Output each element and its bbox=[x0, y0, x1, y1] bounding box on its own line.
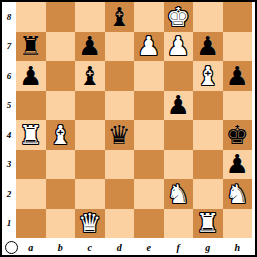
square-e8[interactable] bbox=[134, 2, 164, 32]
square-c3[interactable] bbox=[75, 150, 105, 180]
rank-label-4: 4 bbox=[2, 120, 16, 150]
black-pawn: ♟ bbox=[223, 150, 253, 180]
rank-label-6: 6 bbox=[2, 61, 16, 91]
square-c1[interactable]: ♛ bbox=[75, 209, 105, 239]
rank-label-3: 3 bbox=[2, 150, 16, 180]
square-g8[interactable] bbox=[193, 2, 223, 32]
square-g2[interactable] bbox=[193, 179, 223, 209]
square-h1[interactable] bbox=[223, 209, 253, 239]
white-king: ♚ bbox=[164, 2, 194, 32]
square-d5[interactable] bbox=[105, 91, 135, 121]
square-f8[interactable]: ♚ bbox=[164, 2, 194, 32]
square-f5[interactable]: ♟ bbox=[164, 91, 194, 121]
square-h2[interactable]: ♞ bbox=[223, 179, 253, 209]
square-a6[interactable]: ♟ bbox=[16, 61, 46, 91]
file-label-d: d bbox=[105, 239, 135, 255]
square-d3[interactable] bbox=[105, 150, 135, 180]
square-f7[interactable]: ♟ bbox=[164, 32, 194, 62]
square-b6[interactable] bbox=[46, 61, 76, 91]
square-g1[interactable]: ♜ bbox=[193, 209, 223, 239]
square-h3[interactable]: ♟ bbox=[223, 150, 253, 180]
square-d6[interactable] bbox=[105, 61, 135, 91]
square-d2[interactable] bbox=[105, 179, 135, 209]
black-pawn: ♟ bbox=[164, 91, 194, 121]
square-f3[interactable] bbox=[164, 150, 194, 180]
black-rook: ♜ bbox=[16, 32, 46, 62]
square-c2[interactable] bbox=[75, 179, 105, 209]
rank-label-1: 1 bbox=[2, 209, 16, 239]
square-f6[interactable] bbox=[164, 61, 194, 91]
file-labels: abcdefgh bbox=[16, 239, 252, 255]
rank-label-7: 7 bbox=[2, 32, 16, 62]
square-e6[interactable] bbox=[134, 61, 164, 91]
white-knight: ♞ bbox=[223, 179, 253, 209]
black-bishop: ♝ bbox=[75, 61, 105, 91]
black-pawn: ♟ bbox=[16, 61, 46, 91]
white-bishop: ♝ bbox=[193, 61, 223, 91]
square-b7[interactable] bbox=[46, 32, 76, 62]
file-label-h: h bbox=[223, 239, 253, 255]
square-d1[interactable] bbox=[105, 209, 135, 239]
square-d4[interactable]: ♛ bbox=[105, 120, 135, 150]
square-e1[interactable] bbox=[134, 209, 164, 239]
square-e4[interactable] bbox=[134, 120, 164, 150]
square-c4[interactable] bbox=[75, 120, 105, 150]
file-label-a: a bbox=[16, 239, 46, 255]
black-pawn: ♟ bbox=[75, 32, 105, 62]
file-label-c: c bbox=[75, 239, 105, 255]
square-b2[interactable] bbox=[46, 179, 76, 209]
square-c7[interactable]: ♟ bbox=[75, 32, 105, 62]
square-a7[interactable]: ♜ bbox=[16, 32, 46, 62]
square-c6[interactable]: ♝ bbox=[75, 61, 105, 91]
file-label-b: b bbox=[46, 239, 76, 255]
black-king: ♚ bbox=[223, 120, 253, 150]
square-a4[interactable]: ♜ bbox=[16, 120, 46, 150]
square-d7[interactable] bbox=[105, 32, 135, 62]
square-d8[interactable]: ♝ bbox=[105, 2, 135, 32]
square-g3[interactable] bbox=[193, 150, 223, 180]
white-rook: ♜ bbox=[193, 209, 223, 239]
square-e3[interactable] bbox=[134, 150, 164, 180]
square-h5[interactable] bbox=[223, 91, 253, 121]
square-g4[interactable] bbox=[193, 120, 223, 150]
chess-board: ♝♚♜♟♟♟♟♟♝♝♟♟♜♝♛♚♟♞♞♛♜ bbox=[16, 2, 252, 238]
file-label-e: e bbox=[134, 239, 164, 255]
white-bishop: ♝ bbox=[46, 120, 76, 150]
square-f1[interactable] bbox=[164, 209, 194, 239]
square-b8[interactable] bbox=[46, 2, 76, 32]
square-h7[interactable] bbox=[223, 32, 253, 62]
square-c5[interactable] bbox=[75, 91, 105, 121]
square-h4[interactable]: ♚ bbox=[223, 120, 253, 150]
square-a1[interactable] bbox=[16, 209, 46, 239]
rank-label-8: 8 bbox=[2, 2, 16, 32]
square-g7[interactable]: ♟ bbox=[193, 32, 223, 62]
white-to-move-indicator bbox=[5, 241, 18, 254]
square-e7[interactable]: ♟ bbox=[134, 32, 164, 62]
square-e2[interactable] bbox=[134, 179, 164, 209]
square-g5[interactable] bbox=[193, 91, 223, 121]
square-b3[interactable] bbox=[46, 150, 76, 180]
black-pawn: ♟ bbox=[223, 61, 253, 91]
white-queen: ♛ bbox=[75, 209, 105, 239]
square-b5[interactable] bbox=[46, 91, 76, 121]
square-a2[interactable] bbox=[16, 179, 46, 209]
file-label-f: f bbox=[164, 239, 194, 255]
square-f4[interactable] bbox=[164, 120, 194, 150]
black-queen: ♛ bbox=[105, 120, 135, 150]
file-label-g: g bbox=[193, 239, 223, 255]
white-rook: ♜ bbox=[16, 120, 46, 150]
black-bishop: ♝ bbox=[105, 2, 135, 32]
black-pawn: ♟ bbox=[193, 32, 223, 62]
square-a3[interactable] bbox=[16, 150, 46, 180]
white-knight: ♞ bbox=[164, 179, 194, 209]
chess-diagram: 87654321 ♝♚♜♟♟♟♟♟♝♝♟♟♜♝♛♚♟♞♞♛♜ abcdefgh bbox=[0, 0, 257, 257]
square-f2[interactable]: ♞ bbox=[164, 179, 194, 209]
square-g6[interactable]: ♝ bbox=[193, 61, 223, 91]
rank-label-5: 5 bbox=[2, 91, 16, 121]
rank-labels: 87654321 bbox=[2, 2, 16, 238]
square-c8[interactable] bbox=[75, 2, 105, 32]
square-h6[interactable]: ♟ bbox=[223, 61, 253, 91]
square-a5[interactable] bbox=[16, 91, 46, 121]
square-e5[interactable] bbox=[134, 91, 164, 121]
square-h8[interactable] bbox=[223, 2, 253, 32]
square-b4[interactable]: ♝ bbox=[46, 120, 76, 150]
white-pawn: ♟ bbox=[164, 32, 194, 62]
square-b1[interactable] bbox=[46, 209, 76, 239]
white-pawn: ♟ bbox=[134, 32, 164, 62]
rank-label-2: 2 bbox=[2, 179, 16, 209]
square-a8[interactable] bbox=[16, 2, 46, 32]
